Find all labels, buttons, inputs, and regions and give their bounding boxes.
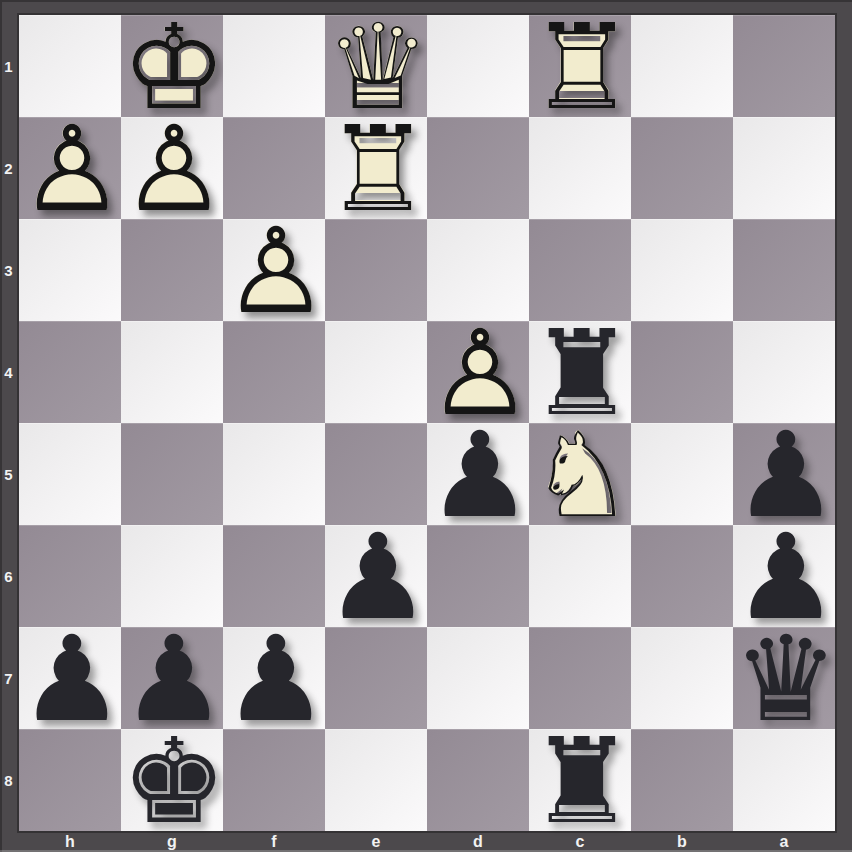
black-pawn[interactable]: ♟ — [325, 525, 427, 627]
square-a3[interactable] — [733, 219, 835, 321]
rank-label-2: 2 — [0, 117, 17, 219]
square-e8[interactable] — [325, 729, 427, 831]
square-b8[interactable] — [631, 729, 733, 831]
white-pawn[interactable]: ♟♙ — [19, 117, 121, 219]
black-queen[interactable]: ♛ — [733, 627, 835, 729]
square-e4[interactable] — [325, 321, 427, 423]
square-d1[interactable] — [427, 15, 529, 117]
square-e7[interactable] — [325, 627, 427, 729]
square-b1[interactable] — [631, 15, 733, 117]
white-pawn[interactable]: ♟♙ — [223, 219, 325, 321]
square-h2[interactable]: ♟♙ — [19, 117, 121, 219]
file-label-f: f — [223, 831, 325, 852]
white-pawn[interactable]: ♟♙ — [121, 117, 223, 219]
piece-fill-glyph: ♜ — [529, 729, 631, 831]
square-f7[interactable]: ♟ — [223, 627, 325, 729]
piece-fill-glyph: ♟ — [19, 627, 121, 729]
piece-fill-glyph: ♟ — [325, 525, 427, 627]
square-f5[interactable] — [223, 423, 325, 525]
square-a7[interactable]: ♛ — [733, 627, 835, 729]
square-c8[interactable]: ♜ — [529, 729, 631, 831]
square-f3[interactable]: ♟♙ — [223, 219, 325, 321]
square-b6[interactable] — [631, 525, 733, 627]
square-b7[interactable] — [631, 627, 733, 729]
square-a1[interactable] — [733, 15, 835, 117]
piece-outline-glyph: ♙ — [223, 219, 325, 321]
square-a2[interactable] — [733, 117, 835, 219]
square-b3[interactable] — [631, 219, 733, 321]
black-pawn[interactable]: ♟ — [19, 627, 121, 729]
board-border: ♚♔♛♕♜♖♟♙♟♙♜♖♟♙♟♙♜♟♞♘♟♟♟♟♟♟♛♚♜ — [17, 13, 837, 833]
square-f4[interactable] — [223, 321, 325, 423]
white-rook[interactable]: ♜♖ — [529, 15, 631, 117]
square-f1[interactable] — [223, 15, 325, 117]
file-label-a: a — [733, 831, 835, 852]
square-h3[interactable] — [19, 219, 121, 321]
piece-outline-glyph: ♙ — [121, 117, 223, 219]
file-label-g: g — [121, 831, 223, 852]
square-b4[interactable] — [631, 321, 733, 423]
piece-outline-glyph: ♙ — [19, 117, 121, 219]
square-h4[interactable] — [19, 321, 121, 423]
black-pawn[interactable]: ♟ — [223, 627, 325, 729]
rank-label-6: 6 — [0, 525, 17, 627]
square-f8[interactable] — [223, 729, 325, 831]
square-e3[interactable] — [325, 219, 427, 321]
rank-label-3: 3 — [0, 219, 17, 321]
square-h8[interactable] — [19, 729, 121, 831]
black-pawn[interactable]: ♟ — [427, 423, 529, 525]
piece-outline-glyph: ♖ — [529, 15, 631, 117]
square-d6[interactable] — [427, 525, 529, 627]
rank-label-4: 4 — [0, 321, 17, 423]
piece-outline-glyph: ♖ — [325, 117, 427, 219]
square-b2[interactable] — [631, 117, 733, 219]
chess-board: ♚♔♛♕♜♖♟♙♟♙♜♖♟♙♟♙♜♟♞♘♟♟♟♟♟♟♛♚♜ — [19, 15, 835, 831]
square-c1[interactable]: ♜♖ — [529, 15, 631, 117]
square-g2[interactable]: ♟♙ — [121, 117, 223, 219]
square-c5[interactable]: ♞♘ — [529, 423, 631, 525]
piece-fill-glyph: ♟ — [223, 627, 325, 729]
white-rook[interactable]: ♜♖ — [325, 117, 427, 219]
square-c2[interactable] — [529, 117, 631, 219]
white-knight[interactable]: ♞♘ — [529, 423, 631, 525]
file-label-b: b — [631, 831, 733, 852]
rank-label-7: 7 — [0, 627, 17, 729]
piece-fill-glyph: ♚ — [121, 729, 223, 831]
file-label-d: d — [427, 831, 529, 852]
rank-label-5: 5 — [0, 423, 17, 525]
rank-label-1: 1 — [0, 15, 17, 117]
square-a8[interactable] — [733, 729, 835, 831]
file-label-c: c — [529, 831, 631, 852]
square-h7[interactable]: ♟ — [19, 627, 121, 729]
square-d7[interactable] — [427, 627, 529, 729]
rank-label-8: 8 — [0, 729, 17, 831]
piece-fill-glyph: ♟ — [427, 423, 529, 525]
square-h5[interactable] — [19, 423, 121, 525]
piece-fill-glyph: ♛ — [733, 627, 835, 729]
square-b5[interactable] — [631, 423, 733, 525]
square-d8[interactable] — [427, 729, 529, 831]
file-label-e: e — [325, 831, 427, 852]
square-c6[interactable] — [529, 525, 631, 627]
square-g5[interactable] — [121, 423, 223, 525]
square-d5[interactable]: ♟ — [427, 423, 529, 525]
square-g3[interactable] — [121, 219, 223, 321]
chess-board-frame: 12345678 ♚♔♛♕♜♖♟♙♟♙♜♖♟♙♟♙♜♟♞♘♟♟♟♟♟♟♛♚♜ h… — [0, 0, 852, 852]
piece-outline-glyph: ♘ — [529, 423, 631, 525]
square-g4[interactable] — [121, 321, 223, 423]
square-d2[interactable] — [427, 117, 529, 219]
file-label-h: h — [19, 831, 121, 852]
black-rook[interactable]: ♜ — [529, 729, 631, 831]
square-e2[interactable]: ♜♖ — [325, 117, 427, 219]
square-g8[interactable]: ♚ — [121, 729, 223, 831]
black-king[interactable]: ♚ — [121, 729, 223, 831]
square-e6[interactable]: ♟ — [325, 525, 427, 627]
